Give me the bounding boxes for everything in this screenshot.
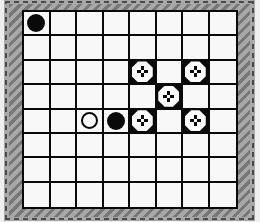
- cell-r3c2[interactable]: [77, 85, 104, 109]
- cell-r3c7[interactable]: [210, 85, 237, 109]
- cell-r7c6[interactable]: [183, 183, 210, 207]
- cell-r5c3[interactable]: [104, 134, 131, 158]
- cell-r1c0[interactable]: [24, 36, 51, 60]
- cell-r5c7[interactable]: [210, 134, 237, 158]
- cell-r1c6[interactable]: [183, 36, 210, 60]
- cell-r2c4[interactable]: [130, 61, 157, 85]
- cell-r6c0[interactable]: [24, 158, 51, 182]
- cell-r0c0[interactable]: [24, 12, 51, 36]
- game-board: [22, 10, 238, 209]
- cell-r5c5[interactable]: [157, 134, 184, 158]
- cell-r2c2[interactable]: [77, 61, 104, 85]
- cell-r6c4[interactable]: [130, 158, 157, 182]
- cell-r4c3[interactable]: [104, 110, 131, 134]
- cell-r7c2[interactable]: [77, 183, 104, 207]
- cell-r0c1[interactable]: [51, 12, 78, 36]
- cell-r5c2[interactable]: [77, 134, 104, 158]
- cell-r4c0[interactable]: [24, 110, 51, 134]
- cell-r1c7[interactable]: [210, 36, 237, 60]
- cell-r2c0[interactable]: [24, 61, 51, 85]
- cell-r4c1[interactable]: [51, 110, 78, 134]
- cell-r5c0[interactable]: [24, 134, 51, 158]
- cell-r0c4[interactable]: [130, 12, 157, 36]
- white-disc: [81, 112, 98, 129]
- cell-r4c2[interactable]: [77, 110, 104, 134]
- cell-r7c3[interactable]: [104, 183, 131, 207]
- cell-r5c1[interactable]: [51, 134, 78, 158]
- cell-r3c1[interactable]: [51, 85, 78, 109]
- cross-marked-disc: [185, 110, 206, 131]
- cell-r7c4[interactable]: [130, 183, 157, 207]
- cell-r7c0[interactable]: [24, 183, 51, 207]
- cell-r0c3[interactable]: [104, 12, 131, 36]
- cell-r4c7[interactable]: [210, 110, 237, 134]
- cell-r6c5[interactable]: [157, 158, 184, 182]
- black-disc: [107, 112, 125, 130]
- cell-r7c1[interactable]: [51, 183, 78, 207]
- cross-marked-disc: [132, 110, 153, 131]
- cross-marked-disc: [132, 61, 153, 82]
- cell-r6c2[interactable]: [77, 158, 104, 182]
- cell-r7c7[interactable]: [210, 183, 237, 207]
- cross-marked-disc: [185, 61, 206, 82]
- cell-r3c4[interactable]: [130, 85, 157, 109]
- cell-r0c5[interactable]: [157, 12, 184, 36]
- cell-r1c5[interactable]: [157, 36, 184, 60]
- cell-r0c6[interactable]: [183, 12, 210, 36]
- cell-r2c6[interactable]: [183, 61, 210, 85]
- cell-r1c1[interactable]: [51, 36, 78, 60]
- cell-r1c2[interactable]: [77, 36, 104, 60]
- game-screen: [0, 0, 260, 222]
- cell-r4c5[interactable]: [157, 110, 184, 134]
- cell-r7c5[interactable]: [157, 183, 184, 207]
- cell-r4c6[interactable]: [183, 110, 210, 134]
- cell-r6c6[interactable]: [183, 158, 210, 182]
- cell-r5c6[interactable]: [183, 134, 210, 158]
- cell-r3c3[interactable]: [104, 85, 131, 109]
- cell-r6c3[interactable]: [104, 158, 131, 182]
- cell-r2c5[interactable]: [157, 61, 184, 85]
- cell-r5c4[interactable]: [130, 134, 157, 158]
- cell-r1c4[interactable]: [130, 36, 157, 60]
- cell-r6c7[interactable]: [210, 158, 237, 182]
- cell-r3c0[interactable]: [24, 85, 51, 109]
- cell-r3c6[interactable]: [183, 85, 210, 109]
- cell-r2c1[interactable]: [51, 61, 78, 85]
- cell-r0c7[interactable]: [210, 12, 237, 36]
- cell-r0c2[interactable]: [77, 12, 104, 36]
- cell-r1c3[interactable]: [104, 36, 131, 60]
- cell-r3c5[interactable]: [157, 85, 184, 109]
- cell-r4c4[interactable]: [130, 110, 157, 134]
- cell-r2c7[interactable]: [210, 61, 237, 85]
- black-disc: [27, 14, 45, 32]
- cell-r2c3[interactable]: [104, 61, 131, 85]
- cell-r6c1[interactable]: [51, 158, 78, 182]
- cross-marked-disc: [158, 86, 179, 107]
